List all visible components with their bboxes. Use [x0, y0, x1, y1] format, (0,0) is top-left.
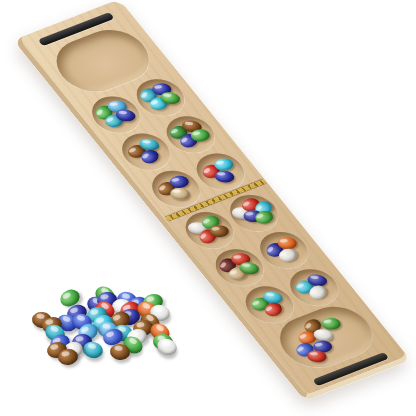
stone-highlight: [62, 315, 71, 322]
stone-highlight: [80, 326, 89, 334]
glass-stone-teal: [81, 340, 104, 361]
glass-stone-brown: [57, 348, 79, 367]
mancala-product-photo: [0, 0, 416, 416]
stone-highlight: [69, 307, 78, 314]
stone-highlight: [162, 339, 171, 346]
stone-highlight: [136, 322, 145, 328]
stone-highlight: [155, 324, 164, 332]
stone-highlight: [114, 345, 123, 351]
stone-highlight: [61, 351, 70, 357]
stone-highlight: [50, 325, 59, 332]
stone-highlight: [62, 292, 71, 300]
stone-highlight: [87, 342, 96, 349]
stone-highlight: [89, 309, 98, 315]
stone-highlight: [142, 302, 151, 309]
stone-highlight: [112, 314, 121, 322]
stone-highlight: [105, 331, 114, 338]
stone-highlight: [102, 323, 111, 329]
stone-highlight: [154, 305, 163, 312]
stone-highlight: [100, 294, 109, 300]
stone-highlight: [128, 337, 137, 345]
stone-highlight: [49, 344, 58, 350]
stone-highlight: [76, 314, 85, 321]
loose-stones-pile: [0, 0, 416, 416]
stone-highlight: [36, 313, 45, 319]
